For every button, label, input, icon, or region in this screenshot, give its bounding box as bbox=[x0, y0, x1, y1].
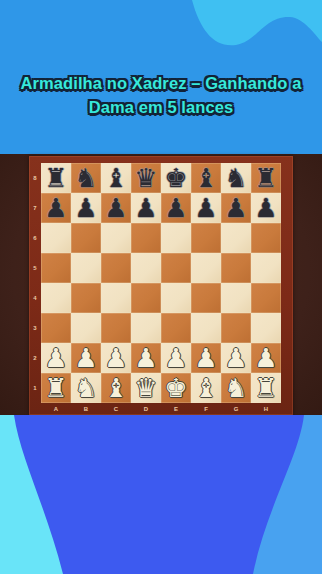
square-f6[interactable] bbox=[191, 223, 221, 253]
title-line-2: Dama em 5 lances bbox=[0, 95, 322, 119]
piece-white-rook: ♜ bbox=[251, 373, 281, 403]
video-frame: Armadilha no Xadrez – Ganhando a Dama em… bbox=[0, 0, 322, 574]
square-e8[interactable]: ♚ bbox=[161, 163, 191, 193]
square-g5[interactable] bbox=[221, 253, 251, 283]
square-g3[interactable] bbox=[221, 313, 251, 343]
square-e6[interactable] bbox=[161, 223, 191, 253]
square-d4[interactable] bbox=[131, 283, 161, 313]
piece-black-rook: ♜ bbox=[41, 163, 71, 193]
square-c5[interactable] bbox=[101, 253, 131, 283]
square-c1[interactable]: ♝ bbox=[101, 373, 131, 403]
piece-white-pawn: ♟ bbox=[131, 343, 161, 373]
square-e2[interactable]: ♟ bbox=[161, 343, 191, 373]
piece-white-pawn: ♟ bbox=[101, 343, 131, 373]
piece-black-pawn: ♟ bbox=[41, 193, 71, 223]
square-c3[interactable] bbox=[101, 313, 131, 343]
file-label-a: A bbox=[41, 403, 71, 415]
square-e1[interactable]: ♚ bbox=[161, 373, 191, 403]
square-c2[interactable]: ♟ bbox=[101, 343, 131, 373]
square-g8[interactable]: ♞ bbox=[221, 163, 251, 193]
square-c7[interactable]: ♟ bbox=[101, 193, 131, 223]
square-a3[interactable] bbox=[41, 313, 71, 343]
piece-black-pawn: ♟ bbox=[191, 193, 221, 223]
square-f7[interactable]: ♟ bbox=[191, 193, 221, 223]
square-e4[interactable] bbox=[161, 283, 191, 313]
square-e5[interactable] bbox=[161, 253, 191, 283]
square-a2[interactable]: ♟ bbox=[41, 343, 71, 373]
square-h3[interactable] bbox=[251, 313, 281, 343]
piece-black-king: ♚ bbox=[161, 163, 191, 193]
square-f8[interactable]: ♝ bbox=[191, 163, 221, 193]
square-d5[interactable] bbox=[131, 253, 161, 283]
piece-black-knight: ♞ bbox=[221, 163, 251, 193]
square-f3[interactable] bbox=[191, 313, 221, 343]
file-label-d: D bbox=[131, 403, 161, 415]
square-h1[interactable]: ♜ bbox=[251, 373, 281, 403]
piece-black-pawn: ♟ bbox=[251, 193, 281, 223]
piece-white-bishop: ♝ bbox=[101, 373, 131, 403]
piece-white-rook: ♜ bbox=[41, 373, 71, 403]
file-label-e: E bbox=[161, 403, 191, 415]
square-c6[interactable] bbox=[101, 223, 131, 253]
square-d2[interactable]: ♟ bbox=[131, 343, 161, 373]
square-h8[interactable]: ♜ bbox=[251, 163, 281, 193]
rank-label-2: 2 bbox=[29, 343, 41, 373]
square-d1[interactable]: ♛ bbox=[131, 373, 161, 403]
file-label-h: H bbox=[251, 403, 281, 415]
square-f1[interactable]: ♝ bbox=[191, 373, 221, 403]
rank-label-6: 6 bbox=[29, 223, 41, 253]
square-b1[interactable]: ♞ bbox=[71, 373, 101, 403]
square-g4[interactable] bbox=[221, 283, 251, 313]
piece-white-bishop: ♝ bbox=[191, 373, 221, 403]
file-label-c: C bbox=[101, 403, 131, 415]
file-labels: ABCDEFGH bbox=[41, 403, 281, 415]
title-line-1: Armadilha no Xadrez – Ganhando a bbox=[0, 71, 322, 95]
square-a1[interactable]: ♜ bbox=[41, 373, 71, 403]
square-h5[interactable] bbox=[251, 253, 281, 283]
piece-white-pawn: ♟ bbox=[71, 343, 101, 373]
square-h2[interactable]: ♟ bbox=[251, 343, 281, 373]
piece-black-pawn: ♟ bbox=[101, 193, 131, 223]
square-g6[interactable] bbox=[221, 223, 251, 253]
board-frame: 87654321 ABCDEFGH ♜♞♝♛♚♝♞♜♟♟♟♟♟♟♟♟♟♟♟♟♟♟… bbox=[29, 156, 293, 415]
square-b8[interactable]: ♞ bbox=[71, 163, 101, 193]
square-e7[interactable]: ♟ bbox=[161, 193, 191, 223]
rank-label-7: 7 bbox=[29, 193, 41, 223]
piece-white-pawn: ♟ bbox=[41, 343, 71, 373]
rank-label-5: 5 bbox=[29, 253, 41, 283]
square-b7[interactable]: ♟ bbox=[71, 193, 101, 223]
piece-white-pawn: ♟ bbox=[161, 343, 191, 373]
square-a5[interactable] bbox=[41, 253, 71, 283]
square-a4[interactable] bbox=[41, 283, 71, 313]
square-d6[interactable] bbox=[131, 223, 161, 253]
rank-labels: 87654321 bbox=[29, 163, 41, 403]
square-b2[interactable]: ♟ bbox=[71, 343, 101, 373]
square-d8[interactable]: ♛ bbox=[131, 163, 161, 193]
piece-black-pawn: ♟ bbox=[161, 193, 191, 223]
piece-black-pawn: ♟ bbox=[71, 193, 101, 223]
square-b3[interactable] bbox=[71, 313, 101, 343]
square-c4[interactable] bbox=[101, 283, 131, 313]
square-h7[interactable]: ♟ bbox=[251, 193, 281, 223]
square-f5[interactable] bbox=[191, 253, 221, 283]
board-background-band: 87654321 ABCDEFGH ♜♞♝♛♚♝♞♜♟♟♟♟♟♟♟♟♟♟♟♟♟♟… bbox=[0, 154, 322, 415]
piece-black-rook: ♜ bbox=[251, 163, 281, 193]
chess-board: ♜♞♝♛♚♝♞♜♟♟♟♟♟♟♟♟♟♟♟♟♟♟♟♟♜♞♝♛♚♝♞♜ bbox=[41, 163, 281, 403]
piece-white-knight: ♞ bbox=[221, 373, 251, 403]
piece-black-pawn: ♟ bbox=[221, 193, 251, 223]
square-a6[interactable] bbox=[41, 223, 71, 253]
piece-black-queen: ♛ bbox=[131, 163, 161, 193]
square-h6[interactable] bbox=[251, 223, 281, 253]
square-f4[interactable] bbox=[191, 283, 221, 313]
piece-white-pawn: ♟ bbox=[191, 343, 221, 373]
file-label-f: F bbox=[191, 403, 221, 415]
square-b6[interactable] bbox=[71, 223, 101, 253]
rank-label-8: 8 bbox=[29, 163, 41, 193]
square-e3[interactable] bbox=[161, 313, 191, 343]
square-g1[interactable]: ♞ bbox=[221, 373, 251, 403]
square-d3[interactable] bbox=[131, 313, 161, 343]
square-a8[interactable]: ♜ bbox=[41, 163, 71, 193]
square-b4[interactable] bbox=[71, 283, 101, 313]
square-h4[interactable] bbox=[251, 283, 281, 313]
square-f2[interactable]: ♟ bbox=[191, 343, 221, 373]
piece-black-bishop: ♝ bbox=[191, 163, 221, 193]
bottom-background bbox=[0, 415, 322, 574]
video-title: Armadilha no Xadrez – Ganhando a Dama em… bbox=[0, 71, 322, 119]
square-c8[interactable]: ♝ bbox=[101, 163, 131, 193]
piece-black-knight: ♞ bbox=[71, 163, 101, 193]
piece-black-pawn: ♟ bbox=[131, 193, 161, 223]
rank-label-1: 1 bbox=[29, 373, 41, 403]
rank-label-3: 3 bbox=[29, 313, 41, 343]
piece-black-bishop: ♝ bbox=[101, 163, 131, 193]
piece-white-queen: ♛ bbox=[131, 373, 161, 403]
square-g7[interactable]: ♟ bbox=[221, 193, 251, 223]
rank-label-4: 4 bbox=[29, 283, 41, 313]
square-a7[interactable]: ♟ bbox=[41, 193, 71, 223]
square-g2[interactable]: ♟ bbox=[221, 343, 251, 373]
square-b5[interactable] bbox=[71, 253, 101, 283]
piece-white-king: ♚ bbox=[161, 373, 191, 403]
square-d7[interactable]: ♟ bbox=[131, 193, 161, 223]
piece-white-pawn: ♟ bbox=[251, 343, 281, 373]
file-label-g: G bbox=[221, 403, 251, 415]
piece-white-pawn: ♟ bbox=[221, 343, 251, 373]
file-label-b: B bbox=[71, 403, 101, 415]
piece-white-knight: ♞ bbox=[71, 373, 101, 403]
